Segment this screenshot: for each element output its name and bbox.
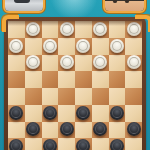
board-square-r3c4[interactable]	[58, 55, 75, 72]
player-two-avatar[interactable]	[103, 0, 146, 13]
board-square-r8c1[interactable]	[8, 138, 25, 150]
board-square-r7c3[interactable]	[42, 122, 59, 139]
board-square-r1c8[interactable]	[125, 21, 142, 38]
white-checker-piece[interactable]	[110, 39, 124, 53]
board-square-r4c2[interactable]	[25, 71, 42, 88]
board-square-r4c8[interactable]	[125, 71, 142, 88]
board-square-r8c2[interactable]	[25, 138, 42, 150]
board-square-r2c4[interactable]	[58, 38, 75, 55]
white-checker-piece[interactable]	[26, 55, 40, 69]
board-square-r8c6[interactable]	[92, 138, 109, 150]
board-square-r2c7[interactable]	[109, 38, 126, 55]
board-square-r1c7[interactable]	[109, 21, 126, 38]
black-checker-piece[interactable]	[43, 139, 57, 150]
black-checker-piece[interactable]	[43, 106, 57, 120]
black-checker-piece[interactable]	[110, 139, 124, 150]
white-checker-piece[interactable]	[127, 22, 141, 36]
board-square-r8c7[interactable]	[109, 138, 126, 150]
board-square-r3c7[interactable]	[109, 55, 126, 72]
board-square-r8c8[interactable]	[125, 138, 142, 150]
player-two-avatar-image	[105, 0, 144, 11]
black-checker-piece[interactable]	[76, 139, 90, 150]
board-square-r2c8[interactable]	[125, 38, 142, 55]
board-square-r4c6[interactable]	[92, 71, 109, 88]
board-square-r1c2[interactable]	[25, 21, 42, 38]
black-checker-piece[interactable]	[93, 122, 107, 136]
board-square-r7c4[interactable]	[58, 122, 75, 139]
white-checker-piece[interactable]	[26, 22, 40, 36]
board-square-r1c6[interactable]	[92, 21, 109, 38]
board-square-r4c5[interactable]	[75, 71, 92, 88]
board-square-r5c4[interactable]	[58, 88, 75, 105]
board-square-r3c3[interactable]	[42, 55, 59, 72]
board-square-r8c4[interactable]	[58, 138, 75, 150]
board-square-r2c1[interactable]	[8, 38, 25, 55]
white-checker-piece[interactable]	[93, 22, 107, 36]
black-checker-piece[interactable]	[9, 139, 23, 150]
board-square-r3c1[interactable]	[8, 55, 25, 72]
board-square-r3c2[interactable]	[25, 55, 42, 72]
board-square-r6c7[interactable]	[109, 105, 126, 122]
board-square-r4c3[interactable]	[42, 71, 59, 88]
board-square-r8c3[interactable]	[42, 138, 59, 150]
player-one-avatar-image	[5, 0, 43, 11]
board-square-r3c5[interactable]	[75, 55, 92, 72]
board-square-r5c6[interactable]	[92, 88, 109, 105]
board-square-r3c8[interactable]	[125, 55, 142, 72]
board-square-r1c1[interactable]	[8, 21, 25, 38]
board-square-r2c3[interactable]	[42, 38, 59, 55]
board-square-r5c2[interactable]	[25, 88, 42, 105]
board-square-r2c5[interactable]	[75, 38, 92, 55]
black-checker-piece[interactable]	[9, 106, 23, 120]
white-checker-piece[interactable]	[43, 39, 57, 53]
board-square-r1c3[interactable]	[42, 21, 59, 38]
board-square-r3c6[interactable]	[92, 55, 109, 72]
board-square-r6c5[interactable]	[75, 105, 92, 122]
board-square-r6c3[interactable]	[42, 105, 59, 122]
black-checker-piece[interactable]	[60, 122, 74, 136]
white-checker-piece[interactable]	[60, 22, 74, 36]
board-square-r1c5[interactable]	[75, 21, 92, 38]
board-square-r5c3[interactable]	[42, 88, 59, 105]
board-square-r6c1[interactable]	[8, 105, 25, 122]
player-one-avatar[interactable]	[3, 0, 45, 13]
board-square-r5c8[interactable]	[125, 88, 142, 105]
board-square-r7c6[interactable]	[92, 122, 109, 139]
black-checker-piece[interactable]	[76, 106, 90, 120]
black-checker-piece[interactable]	[26, 122, 40, 136]
board-square-r6c8[interactable]	[125, 105, 142, 122]
board-square-r4c1[interactable]	[8, 71, 25, 88]
board-square-r7c1[interactable]	[8, 122, 25, 139]
board-square-r2c2[interactable]	[25, 38, 42, 55]
board-square-r5c7[interactable]	[109, 88, 126, 105]
board-square-r7c5[interactable]	[75, 122, 92, 139]
white-checker-piece[interactable]	[76, 39, 90, 53]
board-square-r8c5[interactable]	[75, 138, 92, 150]
white-checker-piece[interactable]	[60, 55, 74, 69]
black-checker-piece[interactable]	[110, 106, 124, 120]
board-square-r6c4[interactable]	[58, 105, 75, 122]
black-checker-piece[interactable]	[127, 122, 141, 136]
board-square-r4c7[interactable]	[109, 71, 126, 88]
board-frame	[4, 17, 146, 150]
board-square-r4c4[interactable]	[58, 71, 75, 88]
white-checker-piece[interactable]	[127, 55, 141, 69]
board-square-r6c2[interactable]	[25, 105, 42, 122]
board-square-r7c2[interactable]	[25, 122, 42, 139]
board-square-r2c6[interactable]	[92, 38, 109, 55]
board-square-r7c7[interactable]	[109, 122, 126, 139]
board-square-r6c6[interactable]	[92, 105, 109, 122]
game-screen	[0, 0, 150, 150]
white-checker-piece[interactable]	[9, 39, 23, 53]
board-square-r5c1[interactable]	[8, 88, 25, 105]
board-square-r5c5[interactable]	[75, 88, 92, 105]
board-square-r7c8[interactable]	[125, 122, 142, 139]
white-checker-piece[interactable]	[93, 55, 107, 69]
checkers-board	[8, 21, 142, 150]
board-square-r1c4[interactable]	[58, 21, 75, 38]
